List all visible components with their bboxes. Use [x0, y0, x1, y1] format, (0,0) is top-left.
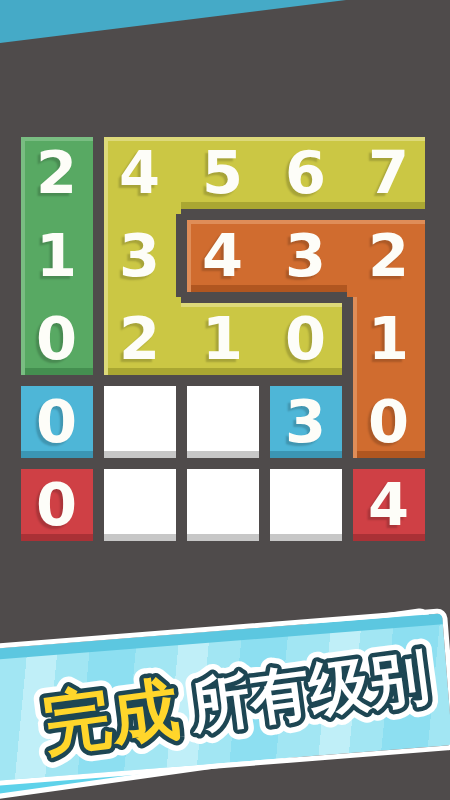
tile-r4c1-blue-0[interactable]: 0	[15, 380, 98, 463]
tile-face	[104, 386, 176, 458]
tile-r3c2-yellow-2[interactable]: 2	[98, 297, 181, 380]
tile-r3c4-yellow-0[interactable]: 0	[264, 297, 347, 380]
tile-value: 4	[98, 131, 181, 214]
tile-value: 2	[347, 214, 430, 297]
tile-r2c1-green-1[interactable]: 1	[15, 214, 98, 297]
tile-r2c2-yellow-3[interactable]: 3	[98, 214, 181, 297]
tile-value: 7	[347, 131, 430, 214]
tile-value: 1	[181, 297, 264, 380]
tile-r5c5-red-4[interactable]: 4	[347, 463, 430, 546]
game-screen: 24567134320210103004 完成 所有级别 完成 所有级别	[0, 0, 450, 800]
tile-value: 1	[15, 214, 98, 297]
tile-value: 0	[15, 463, 98, 546]
puzzle-board[interactable]: 24567134320210103004	[15, 131, 430, 546]
tile-face	[104, 469, 176, 541]
tile-r4c2-empty[interactable]	[98, 380, 181, 463]
tile-value: 0	[264, 297, 347, 380]
tile-value: 1	[347, 297, 430, 380]
tile-r1c3-yellow-5[interactable]: 5	[181, 131, 264, 214]
banner-text-part2: 所有级别	[185, 641, 433, 742]
tile-value: 5	[181, 131, 264, 214]
tile-r1c2-yellow-4[interactable]: 4	[98, 131, 181, 214]
tile-value: 3	[98, 214, 181, 297]
tile-r3c3-yellow-1[interactable]: 1	[181, 297, 264, 380]
banner-text: 完成 所有级别 完成 所有级别	[0, 615, 450, 785]
tile-value: 2	[15, 131, 98, 214]
tile-r5c2-empty[interactable]	[98, 463, 181, 546]
tile-r3c5-orange-1[interactable]: 1	[347, 297, 430, 380]
tile-value: 4	[181, 214, 264, 297]
tile-face	[270, 469, 342, 541]
banner-text-part1: 完成	[39, 668, 184, 764]
tile-value: 0	[15, 297, 98, 380]
top-ribbon-decoration	[0, 0, 450, 60]
tile-r4c3-empty[interactable]	[181, 380, 264, 463]
tile-value: 0	[15, 380, 98, 463]
tile-r5c3-empty[interactable]	[181, 463, 264, 546]
tile-r5c1-red-0[interactable]: 0	[15, 463, 98, 546]
tile-r2c4-orange-3[interactable]: 3	[264, 214, 347, 297]
tile-r4c4-blue-3[interactable]: 3	[264, 380, 347, 463]
tile-value: 0	[347, 380, 430, 463]
tile-r1c1-green-2[interactable]: 2	[15, 131, 98, 214]
tile-value: 4	[347, 463, 430, 546]
tile-r1c5-yellow-7[interactable]: 7	[347, 131, 430, 214]
tile-r1c4-yellow-6[interactable]: 6	[264, 131, 347, 214]
tile-r2c5-orange-2[interactable]: 2	[347, 214, 430, 297]
tile-r4c5-orange-0[interactable]: 0	[347, 380, 430, 463]
tile-value: 2	[98, 297, 181, 380]
tile-r5c4-empty[interactable]	[264, 463, 347, 546]
tile-r2c3-orange-4[interactable]: 4	[181, 214, 264, 297]
tile-value: 6	[264, 131, 347, 214]
tile-value: 3	[264, 380, 347, 463]
tile-r3c1-green-0[interactable]: 0	[15, 297, 98, 380]
tile-face	[187, 469, 259, 541]
tile-face	[187, 386, 259, 458]
tile-value: 3	[264, 214, 347, 297]
